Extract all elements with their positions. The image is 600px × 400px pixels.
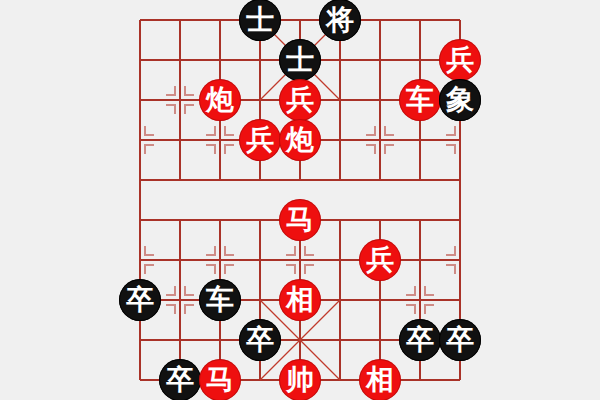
piece-red-soldier[interactable]: 兵: [359, 239, 401, 281]
piece-red-horse[interactable]: 马: [279, 199, 321, 241]
piece-black-soldier[interactable]: 卒: [439, 319, 481, 361]
piece-red-soldier[interactable]: 兵: [279, 79, 321, 121]
piece-black-chariot[interactable]: 车: [199, 279, 241, 321]
piece-black-soldier[interactable]: 卒: [399, 319, 441, 361]
piece-black-soldier[interactable]: 卒: [119, 279, 161, 321]
piece-red-elephant[interactable]: 相: [279, 279, 321, 321]
piece-red-cannon[interactable]: 炮: [279, 119, 321, 161]
piece-black-elephant[interactable]: 象: [439, 79, 481, 121]
piece-red-chariot[interactable]: 车: [399, 79, 441, 121]
piece-red-soldier[interactable]: 兵: [439, 39, 481, 81]
piece-black-soldier[interactable]: 卒: [239, 319, 281, 361]
piece-red-horse[interactable]: 马: [199, 359, 241, 400]
piece-black-soldier[interactable]: 卒: [159, 359, 201, 400]
piece-black-general[interactable]: 将: [319, 0, 361, 41]
piece-black-advisor[interactable]: 士: [279, 39, 321, 81]
xiangqi-stage: 士将士兵炮兵车象兵炮马兵卒车相卒卒卒卒马帅相: [0, 0, 600, 400]
piece-black-advisor[interactable]: 士: [239, 0, 281, 41]
piece-red-soldier[interactable]: 兵: [239, 119, 281, 161]
piece-red-elephant[interactable]: 相: [359, 359, 401, 400]
piece-grid: 士将士兵炮兵车象兵炮马兵卒车相卒卒卒卒马帅相: [120, 0, 480, 400]
piece-red-cannon[interactable]: 炮: [199, 79, 241, 121]
piece-red-general[interactable]: 帅: [279, 359, 321, 400]
